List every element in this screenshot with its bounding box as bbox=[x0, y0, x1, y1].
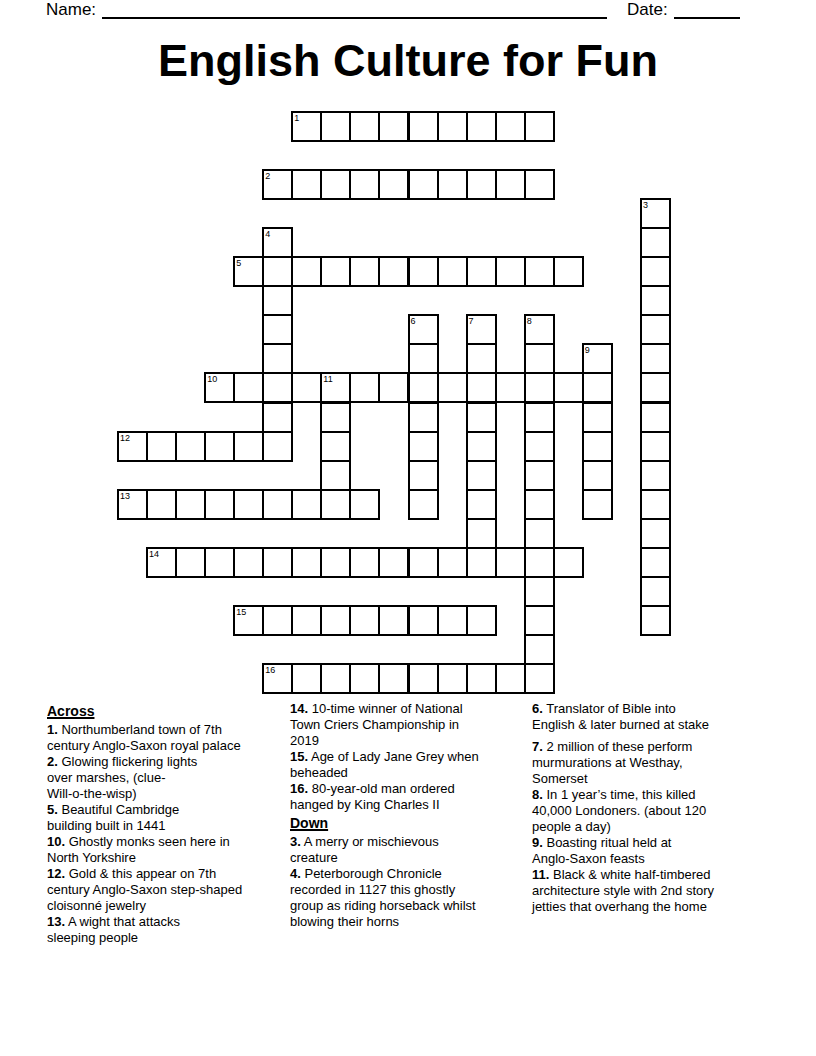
grid-cell[interactable] bbox=[320, 111, 351, 142]
clue-8: 8. In 1 year’s time, this killed40,000 L… bbox=[532, 787, 774, 835]
grid-cell[interactable] bbox=[378, 547, 409, 578]
worksheet-page: Name: Date: English Culture for Fun 1234… bbox=[0, 0, 816, 1056]
grid-cell[interactable] bbox=[640, 285, 671, 316]
clue-number-label: 13. bbox=[47, 914, 65, 929]
grid-cell[interactable] bbox=[175, 431, 206, 462]
clue-number-label: 6. bbox=[532, 701, 543, 716]
clue-number-label: 3. bbox=[290, 834, 301, 849]
clue-2: 2. Glowing flickering lightsover marshes… bbox=[47, 754, 289, 802]
grid-cell[interactable] bbox=[320, 547, 351, 578]
grid-cell[interactable] bbox=[408, 402, 439, 433]
grid-cell[interactable] bbox=[175, 547, 206, 578]
grid-cell[interactable]: 14 bbox=[146, 547, 177, 578]
grid-cell[interactable]: 7 bbox=[466, 314, 497, 345]
grid-cell[interactable] bbox=[408, 460, 439, 491]
grid-cell[interactable] bbox=[291, 372, 322, 403]
clue-10: 10. Ghostly monks seen here inNorth York… bbox=[47, 834, 289, 866]
grid-cell[interactable] bbox=[233, 547, 264, 578]
grid-cell[interactable] bbox=[640, 227, 671, 258]
grid-cell[interactable] bbox=[233, 372, 264, 403]
clue-number: 6 bbox=[411, 316, 416, 326]
grid-cell[interactable] bbox=[291, 169, 322, 200]
clue-number: 11 bbox=[323, 374, 332, 384]
crossword-grid: 12345678910111213141516 bbox=[117, 111, 671, 694]
grid-cell[interactable] bbox=[640, 489, 671, 520]
grid-cell[interactable] bbox=[408, 372, 439, 403]
grid-cell[interactable] bbox=[378, 111, 409, 142]
clue-12: 12. Gold & this appear on 7thcentury Ang… bbox=[47, 866, 289, 914]
name-blank-line bbox=[102, 0, 607, 19]
grid-cell[interactable] bbox=[495, 663, 526, 694]
grid-cell[interactable] bbox=[262, 431, 293, 462]
date-label: Date: bbox=[627, 1, 668, 19]
clue-number: 2 bbox=[265, 171, 270, 181]
clue-number: 3 bbox=[643, 200, 648, 210]
clue-15: 15. Age of Lady Jane Grey whenbeheaded bbox=[290, 749, 532, 781]
grid-cell[interactable] bbox=[204, 489, 235, 520]
grid-cell[interactable] bbox=[291, 256, 322, 287]
clue-column: 6. Translator of Bible intoEnglish & lat… bbox=[532, 701, 774, 915]
grid-cell[interactable] bbox=[262, 402, 293, 433]
grid-cell[interactable] bbox=[524, 547, 555, 578]
grid-cell[interactable] bbox=[320, 169, 351, 200]
grid-cell[interactable] bbox=[524, 605, 555, 636]
grid-cell[interactable]: 13 bbox=[117, 489, 148, 520]
grid-cell[interactable] bbox=[582, 431, 613, 462]
grid-cell[interactable]: 1 bbox=[291, 111, 322, 142]
grid-cell[interactable] bbox=[262, 343, 293, 374]
grid-cell[interactable] bbox=[349, 372, 380, 403]
grid-cell[interactable] bbox=[640, 431, 671, 462]
grid-cell[interactable] bbox=[466, 605, 497, 636]
grid-cell[interactable] bbox=[408, 169, 439, 200]
grid-cell[interactable] bbox=[262, 314, 293, 345]
grid-cell[interactable] bbox=[640, 402, 671, 433]
grid-cell[interactable] bbox=[349, 111, 380, 142]
grid-cell[interactable] bbox=[233, 431, 264, 462]
grid-cell[interactable] bbox=[146, 489, 177, 520]
grid-cell[interactable] bbox=[378, 372, 409, 403]
grid-cell[interactable] bbox=[582, 489, 613, 520]
grid-cell[interactable] bbox=[466, 256, 497, 287]
grid-cell[interactable] bbox=[524, 576, 555, 607]
grid-cell[interactable] bbox=[640, 605, 671, 636]
grid-cell[interactable] bbox=[466, 663, 497, 694]
grid-cell[interactable]: 10 bbox=[204, 372, 235, 403]
grid-cell[interactable] bbox=[524, 343, 555, 374]
grid-cell[interactable] bbox=[320, 431, 351, 462]
grid-cell[interactable] bbox=[291, 663, 322, 694]
page-title: English Culture for Fun bbox=[0, 32, 816, 90]
grid-cell[interactable] bbox=[640, 314, 671, 345]
grid-cell[interactable] bbox=[466, 402, 497, 433]
grid-cell[interactable] bbox=[320, 256, 351, 287]
grid-cell[interactable] bbox=[408, 489, 439, 520]
grid-cell[interactable] bbox=[495, 256, 526, 287]
grid-cell[interactable] bbox=[378, 169, 409, 200]
grid-cell[interactable] bbox=[524, 460, 555, 491]
grid-cell[interactable] bbox=[640, 372, 671, 403]
grid-cell[interactable]: 6 bbox=[408, 314, 439, 345]
grid-cell[interactable] bbox=[291, 547, 322, 578]
clue-number-label: 1. bbox=[47, 722, 58, 737]
grid-cell[interactable] bbox=[291, 489, 322, 520]
clue-number-label: 9. bbox=[532, 835, 543, 850]
grid-cell[interactable]: 9 bbox=[582, 343, 613, 374]
grid-cell[interactable] bbox=[466, 111, 497, 142]
grid-cell[interactable] bbox=[524, 256, 555, 287]
grid-cell[interactable] bbox=[466, 343, 497, 374]
grid-cell[interactable] bbox=[408, 111, 439, 142]
clue-number-label: 7. bbox=[532, 739, 543, 754]
grid-cell[interactable] bbox=[320, 489, 351, 520]
grid-cell[interactable] bbox=[466, 489, 497, 520]
grid-cell[interactable] bbox=[524, 431, 555, 462]
grid-cell[interactable] bbox=[524, 372, 555, 403]
grid-cell[interactable] bbox=[262, 547, 293, 578]
grid-cell[interactable]: 5 bbox=[233, 256, 264, 287]
grid-cell[interactable] bbox=[495, 372, 526, 403]
clue-number: 13 bbox=[120, 491, 130, 501]
grid-cell[interactable] bbox=[495, 111, 526, 142]
grid-cell[interactable] bbox=[582, 460, 613, 491]
grid-cell[interactable] bbox=[349, 547, 380, 578]
grid-cell[interactable] bbox=[437, 256, 468, 287]
grid-cell[interactable] bbox=[466, 460, 497, 491]
grid-cell[interactable] bbox=[408, 547, 439, 578]
grid-cell[interactable]: 16 bbox=[262, 663, 293, 694]
grid-cell[interactable] bbox=[524, 518, 555, 549]
clue-number: 15 bbox=[236, 607, 246, 617]
grid-cell[interactable] bbox=[640, 256, 671, 287]
grid-cell[interactable] bbox=[408, 256, 439, 287]
grid-cell[interactable] bbox=[349, 489, 380, 520]
grid-cell[interactable] bbox=[378, 663, 409, 694]
grid-cell[interactable] bbox=[408, 605, 439, 636]
grid-cell[interactable] bbox=[320, 402, 351, 433]
clue-number-label: 4. bbox=[290, 866, 301, 881]
grid-cell[interactable] bbox=[495, 547, 526, 578]
grid-cell[interactable] bbox=[437, 605, 468, 636]
grid-cell[interactable] bbox=[466, 431, 497, 462]
grid-cell[interactable] bbox=[524, 402, 555, 433]
grid-cell[interactable] bbox=[466, 547, 497, 578]
grid-cell[interactable] bbox=[291, 605, 322, 636]
grid-cell[interactable] bbox=[262, 489, 293, 520]
grid-cell[interactable] bbox=[524, 663, 555, 694]
clue-number: 14 bbox=[149, 549, 159, 559]
grid-cell[interactable] bbox=[466, 372, 497, 403]
clue-number-label: 8. bbox=[532, 787, 543, 802]
grid-cell[interactable] bbox=[437, 372, 468, 403]
date-blank-line bbox=[674, 0, 740, 19]
clue-5: 5. Beautiful Cambridgebuilding built in … bbox=[47, 802, 289, 834]
grid-cell[interactable] bbox=[524, 111, 555, 142]
grid-cell[interactable] bbox=[408, 663, 439, 694]
grid-cell[interactable] bbox=[233, 489, 264, 520]
clue-11: 11. Black & white half-timberedarchitect… bbox=[532, 867, 774, 915]
grid-cell[interactable] bbox=[524, 634, 555, 665]
grid-cell[interactable] bbox=[408, 343, 439, 374]
grid-cell[interactable] bbox=[553, 547, 584, 578]
grid-cell[interactable] bbox=[437, 663, 468, 694]
clue-number: 9 bbox=[585, 345, 590, 355]
grid-cell[interactable] bbox=[349, 256, 380, 287]
clue-number: 5 bbox=[236, 258, 241, 268]
grid-cell[interactable]: 15 bbox=[233, 605, 264, 636]
clue-6: 6. Translator of Bible intoEnglish & lat… bbox=[532, 701, 774, 733]
grid-cell[interactable] bbox=[320, 605, 351, 636]
clue-number-label: 12. bbox=[47, 866, 65, 881]
grid-cell[interactable] bbox=[524, 489, 555, 520]
clue-number: 8 bbox=[527, 316, 532, 326]
grid-cell[interactable] bbox=[437, 169, 468, 200]
grid-cell[interactable] bbox=[378, 605, 409, 636]
clue-16: 16. 80-year-old man orderedhanged by Kin… bbox=[290, 781, 532, 813]
grid-cell[interactable] bbox=[349, 663, 380, 694]
grid-cell[interactable] bbox=[640, 547, 671, 578]
clue-4: 4. Peterborough Chroniclerecorded in 112… bbox=[290, 866, 532, 930]
clue-number-label: 11. bbox=[532, 867, 549, 882]
grid-cell[interactable] bbox=[437, 111, 468, 142]
grid-cell[interactable] bbox=[582, 402, 613, 433]
clue-number: 7 bbox=[469, 316, 474, 326]
clue-number-label: 2. bbox=[47, 754, 58, 769]
grid-cell[interactable] bbox=[640, 343, 671, 374]
grid-cell[interactable]: 11 bbox=[320, 372, 351, 403]
clue-14: 14. 10-time winner of NationalTown Crier… bbox=[290, 701, 532, 749]
grid-cell[interactable] bbox=[582, 372, 613, 403]
grid-cell[interactable] bbox=[495, 169, 526, 200]
grid-cell[interactable] bbox=[320, 460, 351, 491]
grid-cell[interactable] bbox=[408, 431, 439, 462]
grid-cell[interactable] bbox=[349, 605, 380, 636]
clues-down-header: Down bbox=[290, 815, 532, 831]
grid-cell[interactable] bbox=[204, 431, 235, 462]
clue-13: 13. A wight that attackssleeping people bbox=[47, 914, 289, 946]
name-label: Name: bbox=[46, 1, 96, 19]
grid-cell[interactable] bbox=[553, 372, 584, 403]
grid-cell[interactable]: 2 bbox=[262, 169, 293, 200]
grid-cell[interactable] bbox=[524, 169, 555, 200]
grid-cell[interactable] bbox=[378, 256, 409, 287]
clue-number-label: 5. bbox=[47, 802, 58, 817]
clue-column: 14. 10-time winner of NationalTown Crier… bbox=[290, 701, 532, 930]
grid-cell[interactable]: 12 bbox=[117, 431, 148, 462]
clue-number-label: 10. bbox=[47, 834, 65, 849]
clues-across-header: Across bbox=[47, 703, 289, 719]
clue-9: 9. Boasting ritual held atAnglo-Saxon fe… bbox=[532, 835, 774, 867]
clue-number-label: 16. bbox=[290, 781, 308, 796]
grid-cell[interactable] bbox=[640, 576, 671, 607]
grid-cell[interactable] bbox=[640, 460, 671, 491]
clue-number: 10 bbox=[207, 374, 217, 384]
grid-cell[interactable] bbox=[146, 431, 177, 462]
clue-number: 16 bbox=[265, 665, 275, 675]
clue-3: 3. A merry or mischievouscreature bbox=[290, 834, 532, 866]
grid-cell[interactable] bbox=[204, 547, 235, 578]
clue-column: Across1. Northumberland town of 7thcentu… bbox=[47, 701, 289, 946]
clue-number-label: 15. bbox=[290, 749, 308, 764]
grid-cell[interactable]: 8 bbox=[524, 314, 555, 345]
grid-cell[interactable] bbox=[262, 285, 293, 316]
grid-cell[interactable] bbox=[320, 663, 351, 694]
grid-cell[interactable] bbox=[262, 605, 293, 636]
grid-cell[interactable] bbox=[466, 169, 497, 200]
clue-number: 12 bbox=[120, 433, 130, 443]
grid-cell[interactable] bbox=[175, 489, 206, 520]
clue-1: 1. Northumberland town of 7thcentury Ang… bbox=[47, 722, 289, 754]
clue-number: 4 bbox=[265, 229, 270, 239]
grid-cell[interactable] bbox=[349, 169, 380, 200]
clue-7: 7. 2 million of these performmurmuration… bbox=[532, 739, 774, 787]
grid-cell[interactable] bbox=[640, 518, 671, 549]
clue-number-label: 14. bbox=[290, 701, 308, 716]
grid-cell[interactable]: 4 bbox=[262, 227, 293, 258]
grid-cell[interactable]: 3 bbox=[640, 198, 671, 229]
grid-cell[interactable] bbox=[262, 256, 293, 287]
clue-number: 1 bbox=[294, 113, 299, 123]
grid-cell[interactable] bbox=[262, 372, 293, 403]
grid-cell[interactable] bbox=[466, 518, 497, 549]
grid-cell[interactable] bbox=[553, 256, 584, 287]
grid-cell[interactable] bbox=[437, 547, 468, 578]
